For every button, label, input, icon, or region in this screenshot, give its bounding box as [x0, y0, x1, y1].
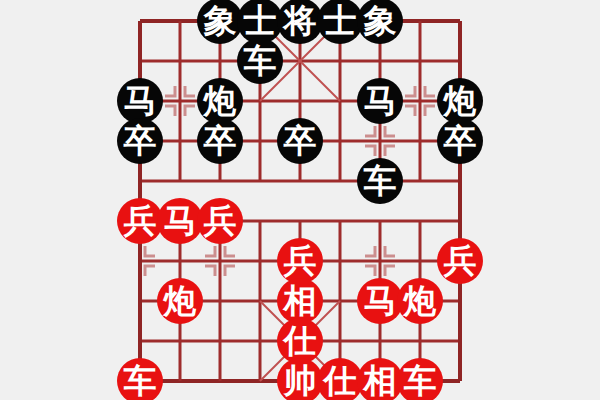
- red-chariot[interactable]: 车: [397, 358, 443, 400]
- black-pawn[interactable]: 卒: [197, 118, 243, 164]
- red-chariot[interactable]: 车: [117, 358, 163, 400]
- red-cannon[interactable]: 炮: [157, 278, 203, 324]
- red-pawn[interactable]: 兵: [197, 198, 243, 244]
- black-pawn[interactable]: 卒: [117, 118, 163, 164]
- black-elephant[interactable]: 象: [357, 0, 403, 44]
- red-cannon[interactable]: 炮: [397, 278, 443, 324]
- pieces-layer: 象士将士象车马炮马炮卒卒卒卒车兵马兵兵兵炮相马炮仕车帅仕相车: [0, 0, 600, 400]
- black-horse[interactable]: 马: [357, 78, 403, 124]
- xiangqi-screenshot: 象士将士象车马炮马炮卒卒卒卒车兵马兵兵兵炮相马炮仕车帅仕相车: [0, 0, 600, 400]
- black-chariot[interactable]: 车: [237, 38, 283, 84]
- red-pawn[interactable]: 兵: [437, 238, 483, 284]
- black-chariot[interactable]: 车: [357, 158, 403, 204]
- black-pawn[interactable]: 卒: [277, 118, 323, 164]
- xiangqi-board[interactable]: 象士将士象车马炮马炮卒卒卒卒车兵马兵兵兵炮相马炮仕车帅仕相车: [0, 0, 600, 400]
- black-pawn[interactable]: 卒: [437, 118, 483, 164]
